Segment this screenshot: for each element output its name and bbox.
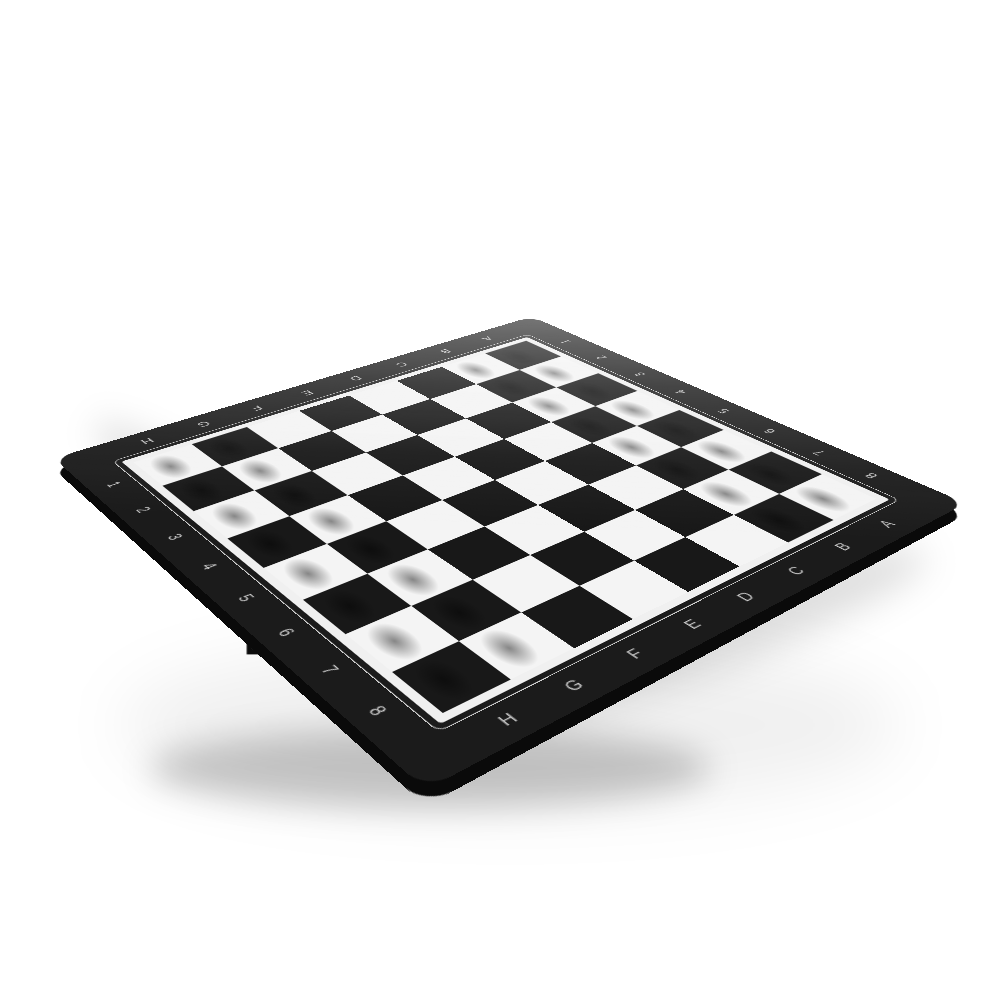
product-photo-stage: ♜♞♝♚♛♝♞♜♟♟♟♟♟♟♟♟♟♟♟♟♟♟♟♟♜♞♝♚♛♝♞♜ 1234567… (0, 0, 1000, 1000)
scene: ♜♞♝♚♛♝♞♜♟♟♟♟♟♟♟♟♟♟♟♟♟♟♟♟♜♞♝♚♛♝♞♜ 1234567… (0, 0, 1000, 1000)
chess-board: ♜♞♝♚♛♝♞♜♟♟♟♟♟♟♟♟♟♟♟♟♟♟♟♟♜♞♝♚♛♝♞♜ 1234567… (54, 317, 966, 790)
square-e6[interactable] (485, 505, 585, 555)
